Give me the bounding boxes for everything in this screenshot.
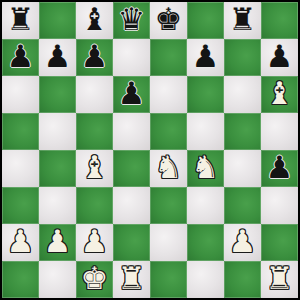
square-h2[interactable] — [261, 224, 298, 261]
square-d5[interactable] — [113, 113, 150, 150]
square-b6[interactable] — [39, 76, 76, 113]
square-e2[interactable] — [150, 224, 187, 261]
square-e3[interactable] — [150, 187, 187, 224]
square-b7[interactable]: ♟ — [39, 39, 76, 76]
square-c7[interactable]: ♟ — [76, 39, 113, 76]
chess-board: ♜♝♛♚♜♟♟♟♟♟♟♝♝♞♞♟♟♟♟♟♚♜♜ — [0, 0, 300, 300]
white-pawn[interactable]: ♟ — [81, 226, 109, 257]
square-a3[interactable] — [2, 187, 39, 224]
square-b3[interactable] — [39, 187, 76, 224]
square-e6[interactable] — [150, 76, 187, 113]
black-pawn[interactable]: ♟ — [192, 41, 220, 72]
square-a5[interactable] — [2, 113, 39, 150]
square-g1[interactable] — [224, 261, 261, 298]
square-e1[interactable] — [150, 261, 187, 298]
square-g2[interactable]: ♟ — [224, 224, 261, 261]
square-e4[interactable]: ♞ — [150, 150, 187, 187]
square-d2[interactable] — [113, 224, 150, 261]
square-f4[interactable]: ♞ — [187, 150, 224, 187]
square-f3[interactable] — [187, 187, 224, 224]
black-rook[interactable]: ♜ — [7, 4, 35, 35]
black-pawn[interactable]: ♟ — [266, 152, 294, 183]
square-a1[interactable] — [2, 261, 39, 298]
black-pawn[interactable]: ♟ — [81, 41, 109, 72]
square-g5[interactable] — [224, 113, 261, 150]
square-e7[interactable] — [150, 39, 187, 76]
white-king[interactable]: ♚ — [81, 263, 109, 294]
white-rook[interactable]: ♜ — [118, 263, 146, 294]
square-f7[interactable]: ♟ — [187, 39, 224, 76]
square-d7[interactable] — [113, 39, 150, 76]
square-f1[interactable] — [187, 261, 224, 298]
square-g7[interactable] — [224, 39, 261, 76]
square-c5[interactable] — [76, 113, 113, 150]
white-pawn[interactable]: ♟ — [44, 226, 72, 257]
square-e5[interactable] — [150, 113, 187, 150]
square-c1[interactable]: ♚ — [76, 261, 113, 298]
square-c8[interactable]: ♝ — [76, 2, 113, 39]
black-bishop[interactable]: ♝ — [81, 4, 109, 35]
black-king[interactable]: ♚ — [155, 4, 183, 35]
square-a6[interactable] — [2, 76, 39, 113]
square-d4[interactable] — [113, 150, 150, 187]
square-b2[interactable]: ♟ — [39, 224, 76, 261]
square-b1[interactable] — [39, 261, 76, 298]
square-f6[interactable] — [187, 76, 224, 113]
white-rook[interactable]: ♜ — [266, 263, 294, 294]
square-b4[interactable] — [39, 150, 76, 187]
square-g8[interactable]: ♜ — [224, 2, 261, 39]
square-c3[interactable] — [76, 187, 113, 224]
square-d1[interactable]: ♜ — [113, 261, 150, 298]
square-f2[interactable] — [187, 224, 224, 261]
square-h6[interactable]: ♝ — [261, 76, 298, 113]
square-c2[interactable]: ♟ — [76, 224, 113, 261]
square-c4[interactable]: ♝ — [76, 150, 113, 187]
square-g6[interactable] — [224, 76, 261, 113]
square-b8[interactable] — [39, 2, 76, 39]
square-h4[interactable]: ♟ — [261, 150, 298, 187]
black-pawn[interactable]: ♟ — [7, 41, 35, 72]
white-knight[interactable]: ♞ — [192, 152, 220, 183]
square-g4[interactable] — [224, 150, 261, 187]
square-h5[interactable] — [261, 113, 298, 150]
square-b5[interactable] — [39, 113, 76, 150]
square-a8[interactable]: ♜ — [2, 2, 39, 39]
square-f5[interactable] — [187, 113, 224, 150]
black-pawn[interactable]: ♟ — [44, 41, 72, 72]
square-h7[interactable]: ♟ — [261, 39, 298, 76]
square-h1[interactable]: ♜ — [261, 261, 298, 298]
square-a2[interactable]: ♟ — [2, 224, 39, 261]
square-d8[interactable]: ♛ — [113, 2, 150, 39]
square-a4[interactable] — [2, 150, 39, 187]
white-pawn[interactable]: ♟ — [7, 226, 35, 257]
square-h8[interactable] — [261, 2, 298, 39]
square-d6[interactable]: ♟ — [113, 76, 150, 113]
white-knight[interactable]: ♞ — [155, 152, 183, 183]
black-pawn[interactable]: ♟ — [118, 78, 146, 109]
square-h3[interactable] — [261, 187, 298, 224]
white-pawn[interactable]: ♟ — [229, 226, 257, 257]
square-e8[interactable]: ♚ — [150, 2, 187, 39]
square-a7[interactable]: ♟ — [2, 39, 39, 76]
square-c6[interactable] — [76, 76, 113, 113]
white-bishop[interactable]: ♝ — [266, 78, 294, 109]
black-queen[interactable]: ♛ — [118, 4, 146, 35]
square-d3[interactable] — [113, 187, 150, 224]
square-g3[interactable] — [224, 187, 261, 224]
black-rook[interactable]: ♜ — [229, 4, 257, 35]
white-bishop[interactable]: ♝ — [81, 152, 109, 183]
black-pawn[interactable]: ♟ — [266, 41, 294, 72]
square-f8[interactable] — [187, 2, 224, 39]
